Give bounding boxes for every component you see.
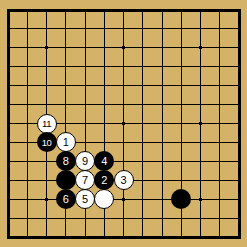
black-stone-move-6: 6 bbox=[56, 189, 76, 209]
star-point bbox=[199, 46, 202, 49]
black-stone-move-8: 8 bbox=[56, 151, 76, 171]
go-board-diagram: 1110189472365 bbox=[0, 0, 247, 247]
grid-line-vertical bbox=[219, 9, 220, 239]
white-stone-move-9: 9 bbox=[75, 151, 95, 171]
grid-line-vertical bbox=[162, 9, 163, 239]
star-point bbox=[199, 122, 202, 125]
star-point bbox=[122, 198, 125, 201]
star-point bbox=[122, 122, 125, 125]
white-stone-move-5: 5 bbox=[75, 189, 95, 209]
star-point bbox=[45, 46, 48, 49]
star-point bbox=[199, 198, 202, 201]
grid-line-horizontal bbox=[7, 161, 241, 162]
white-stone-move-7: 7 bbox=[75, 170, 95, 190]
star-point bbox=[122, 46, 125, 49]
grid-line-horizontal bbox=[7, 236, 241, 239]
board-grid: 1110189472365 bbox=[8, 10, 239, 237]
grid-line-vertical bbox=[142, 9, 143, 239]
white-stone bbox=[94, 189, 114, 209]
grid-line-vertical bbox=[238, 9, 241, 239]
black-stone bbox=[56, 170, 76, 190]
white-stone-move-1: 1 bbox=[56, 132, 76, 152]
black-stone-move-4: 4 bbox=[94, 151, 114, 171]
black-stone-move-2: 2 bbox=[94, 170, 114, 190]
white-stone-move-11: 11 bbox=[37, 114, 57, 134]
grid-line-horizontal bbox=[7, 218, 241, 219]
black-stone-move-10: 10 bbox=[37, 132, 57, 152]
black-stone bbox=[171, 189, 191, 209]
star-point bbox=[45, 198, 48, 201]
white-stone-move-3: 3 bbox=[114, 170, 134, 190]
